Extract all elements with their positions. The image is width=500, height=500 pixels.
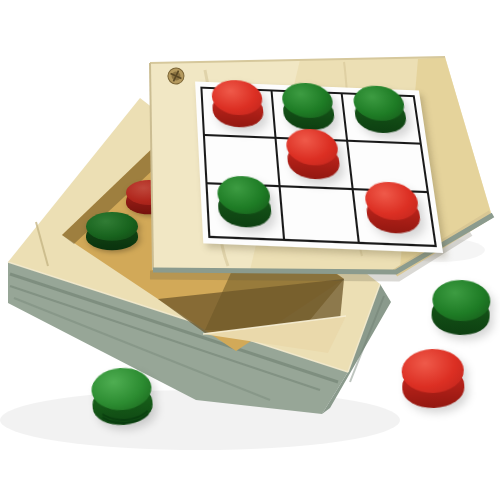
cell-r2c0[interactable] xyxy=(208,185,285,239)
piece-red[interactable] xyxy=(285,128,341,180)
cell-r1c1[interactable] xyxy=(277,139,354,191)
scene xyxy=(0,0,500,500)
piece-green[interactable] xyxy=(281,82,336,132)
piece-red[interactable] xyxy=(363,181,422,235)
cell-r0c2[interactable] xyxy=(343,94,420,144)
cell-r2c2[interactable] xyxy=(354,191,435,245)
cell-r0c0[interactable] xyxy=(202,89,276,139)
cell-r2c1[interactable] xyxy=(281,188,360,242)
board-card xyxy=(195,82,443,253)
piece-green[interactable] xyxy=(216,175,272,229)
ttt-board xyxy=(200,87,437,248)
piece-green[interactable] xyxy=(352,84,409,134)
piece-red[interactable] xyxy=(211,79,265,128)
